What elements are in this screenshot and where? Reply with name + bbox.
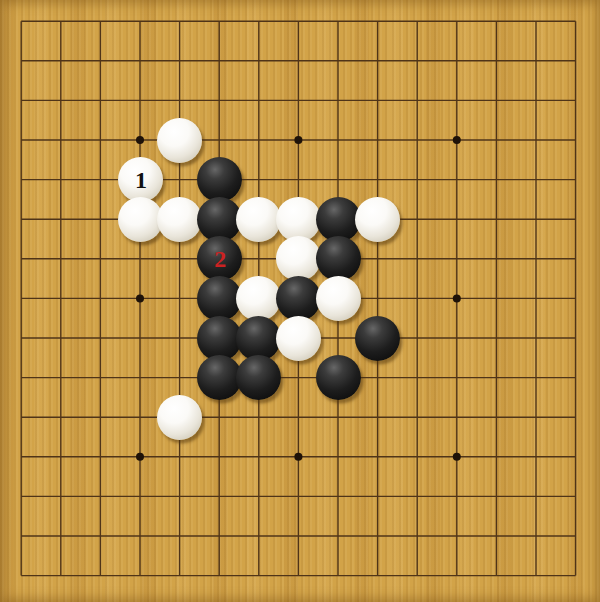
black-stone[interactable] — [197, 276, 242, 321]
white-stone[interactable] — [276, 316, 321, 361]
white-stone[interactable] — [236, 276, 281, 321]
white-stone[interactable] — [236, 197, 281, 242]
star-point — [136, 294, 144, 302]
black-stone[interactable] — [276, 276, 321, 321]
white-stone[interactable] — [355, 197, 400, 242]
star-point — [453, 453, 461, 461]
black-stone[interactable] — [197, 355, 242, 400]
white-stone[interactable] — [157, 395, 202, 440]
black-stone[interactable] — [197, 316, 242, 361]
black-stone[interactable] — [197, 157, 242, 202]
white-stone[interactable] — [316, 276, 361, 321]
black-stone[interactable] — [197, 197, 242, 242]
black-stone[interactable] — [236, 316, 281, 361]
star-point — [294, 453, 302, 461]
go-board[interactable]: 12 — [0, 0, 600, 602]
white-stone[interactable] — [276, 236, 321, 281]
star-point — [453, 294, 461, 302]
star-point — [136, 136, 144, 144]
star-point — [136, 453, 144, 461]
white-stone[interactable] — [118, 197, 163, 242]
black-stone[interactable] — [316, 355, 361, 400]
black-stone[interactable] — [355, 316, 400, 361]
black-stone[interactable]: 2 — [197, 236, 242, 281]
white-stone[interactable] — [276, 197, 321, 242]
black-stone[interactable] — [316, 236, 361, 281]
star-point — [453, 136, 461, 144]
move-number-label: 1 — [135, 168, 147, 192]
white-stone[interactable] — [157, 197, 202, 242]
white-stone[interactable]: 1 — [118, 157, 163, 202]
star-point — [294, 136, 302, 144]
white-stone[interactable] — [157, 118, 202, 163]
black-stone[interactable] — [316, 197, 361, 242]
move-number-label: 2 — [214, 247, 226, 271]
